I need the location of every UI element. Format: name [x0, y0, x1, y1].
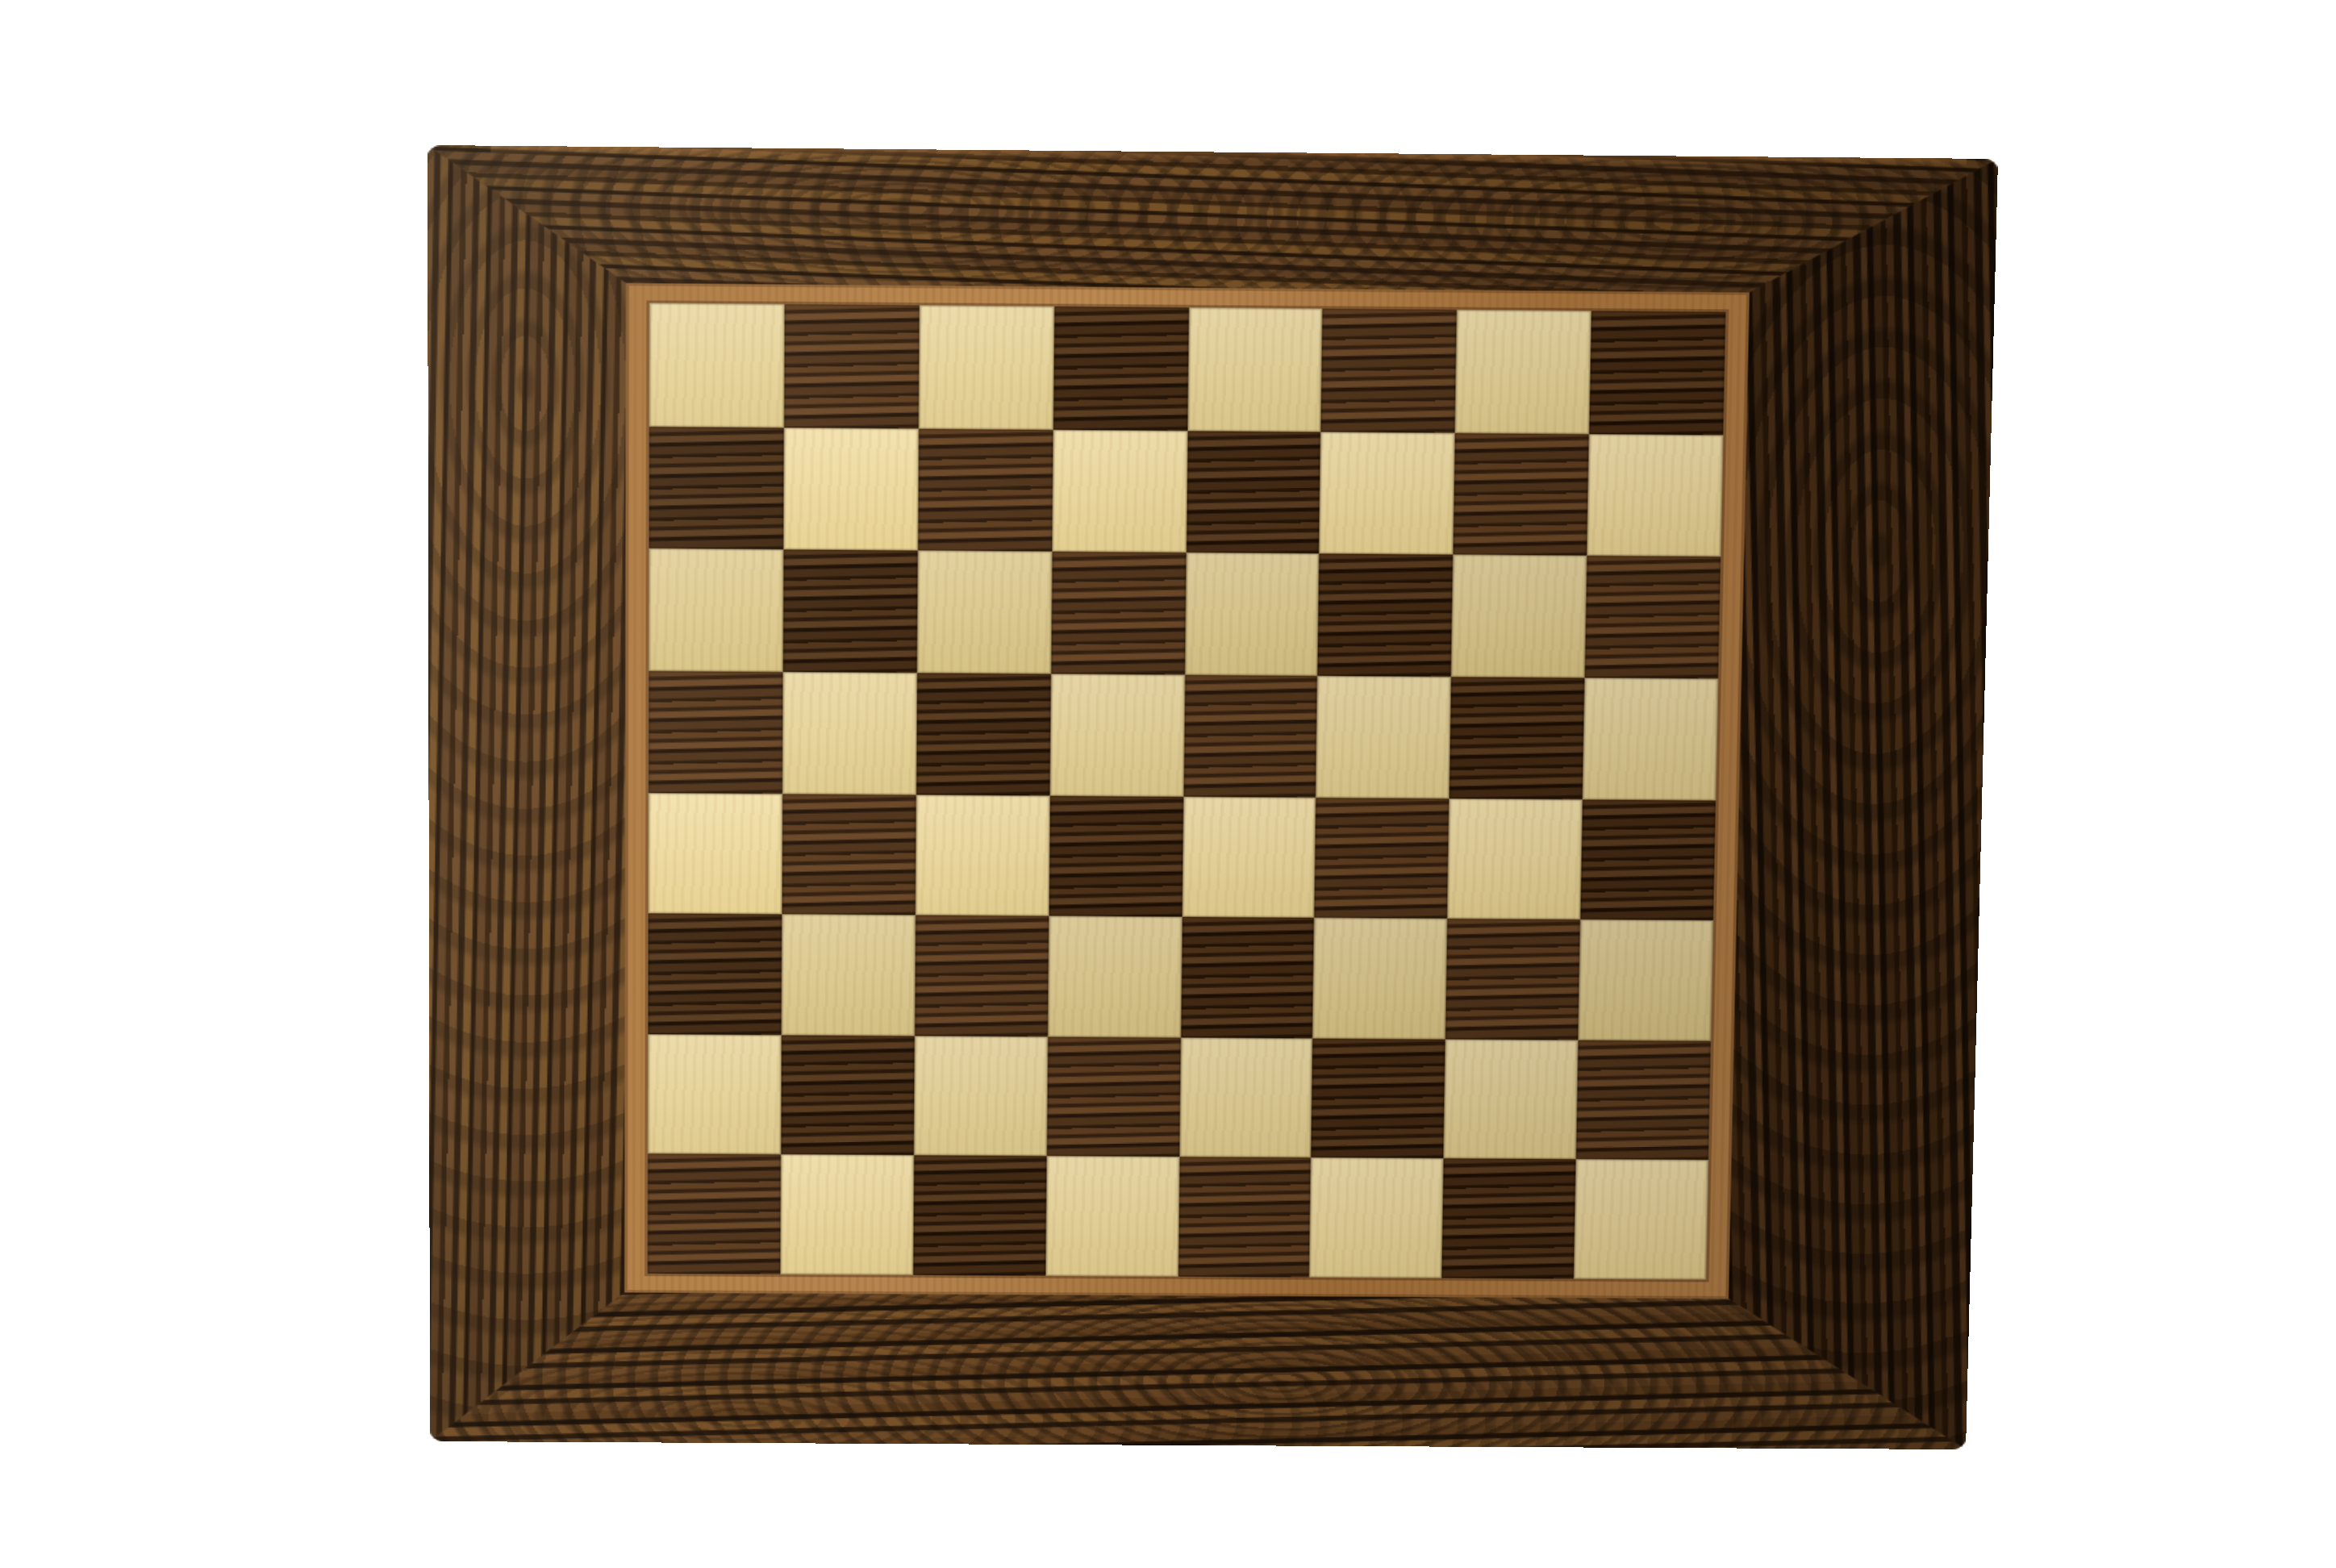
square-h7[interactable] — [1587, 434, 1724, 557]
square-a6[interactable] — [649, 548, 783, 672]
square-h4[interactable] — [1580, 799, 1716, 920]
square-e5[interactable] — [1183, 675, 1317, 798]
square-c8[interactable] — [918, 305, 1053, 429]
square-c1[interactable] — [913, 1156, 1046, 1276]
square-c4[interactable] — [915, 794, 1049, 916]
square-g8[interactable] — [1455, 310, 1591, 434]
square-g6[interactable] — [1451, 555, 1587, 678]
square-a4[interactable] — [649, 792, 782, 914]
square-e1[interactable] — [1178, 1157, 1312, 1278]
square-d5[interactable] — [1049, 673, 1184, 796]
square-f7[interactable] — [1320, 432, 1455, 555]
square-f5[interactable] — [1316, 676, 1452, 799]
photo-background — [0, 0, 2336, 1568]
square-h1[interactable] — [1574, 1160, 1708, 1280]
square-b1[interactable] — [780, 1155, 913, 1275]
square-h8[interactable] — [1589, 311, 1725, 435]
square-a8[interactable] — [649, 303, 784, 427]
square-b2[interactable] — [781, 1035, 915, 1156]
square-g3[interactable] — [1445, 919, 1580, 1040]
square-a5[interactable] — [649, 671, 782, 794]
square-b8[interactable] — [784, 304, 920, 428]
square-f2[interactable] — [1312, 1038, 1446, 1159]
square-d6[interactable] — [1050, 552, 1185, 674]
square-f6[interactable] — [1318, 554, 1454, 677]
square-e8[interactable] — [1187, 307, 1323, 432]
square-d7[interactable] — [1052, 429, 1187, 553]
square-e2[interactable] — [1178, 1037, 1312, 1158]
square-h5[interactable] — [1583, 678, 1718, 799]
square-f1[interactable] — [1310, 1158, 1444, 1278]
square-a2[interactable] — [648, 1034, 781, 1155]
square-d2[interactable] — [1046, 1036, 1180, 1157]
square-h2[interactable] — [1576, 1040, 1711, 1160]
square-e6[interactable] — [1184, 553, 1320, 675]
square-g2[interactable] — [1444, 1039, 1579, 1159]
square-c2[interactable] — [914, 1036, 1048, 1157]
square-g7[interactable] — [1454, 432, 1590, 556]
playing-area — [648, 303, 1726, 1280]
square-b4[interactable] — [782, 794, 916, 915]
square-e7[interactable] — [1186, 431, 1321, 554]
square-h6[interactable] — [1585, 556, 1721, 678]
square-c3[interactable] — [914, 915, 1048, 1036]
square-f4[interactable] — [1315, 797, 1450, 919]
square-c5[interactable] — [916, 673, 1050, 795]
square-e3[interactable] — [1180, 917, 1315, 1038]
square-d4[interactable] — [1049, 795, 1183, 917]
square-c7[interactable] — [917, 428, 1053, 552]
square-h3[interactable] — [1579, 920, 1713, 1040]
square-f3[interactable] — [1313, 918, 1448, 1039]
square-g4[interactable] — [1448, 798, 1583, 920]
square-a7[interactable] — [649, 426, 784, 549]
square-g1[interactable] — [1442, 1159, 1576, 1279]
square-b5[interactable] — [782, 672, 917, 794]
square-a1[interactable] — [648, 1154, 781, 1274]
square-a3[interactable] — [648, 913, 782, 1035]
square-d1[interactable] — [1045, 1157, 1179, 1277]
chessboard — [428, 145, 1998, 1449]
square-f8[interactable] — [1321, 309, 1458, 433]
square-b7[interactable] — [783, 427, 918, 551]
square-b3[interactable] — [782, 915, 916, 1036]
square-g5[interactable] — [1450, 677, 1585, 799]
square-d8[interactable] — [1053, 307, 1188, 431]
square-e4[interactable] — [1182, 796, 1316, 918]
square-c6[interactable] — [916, 551, 1051, 673]
square-d3[interactable] — [1047, 916, 1181, 1037]
square-b6[interactable] — [782, 550, 917, 673]
